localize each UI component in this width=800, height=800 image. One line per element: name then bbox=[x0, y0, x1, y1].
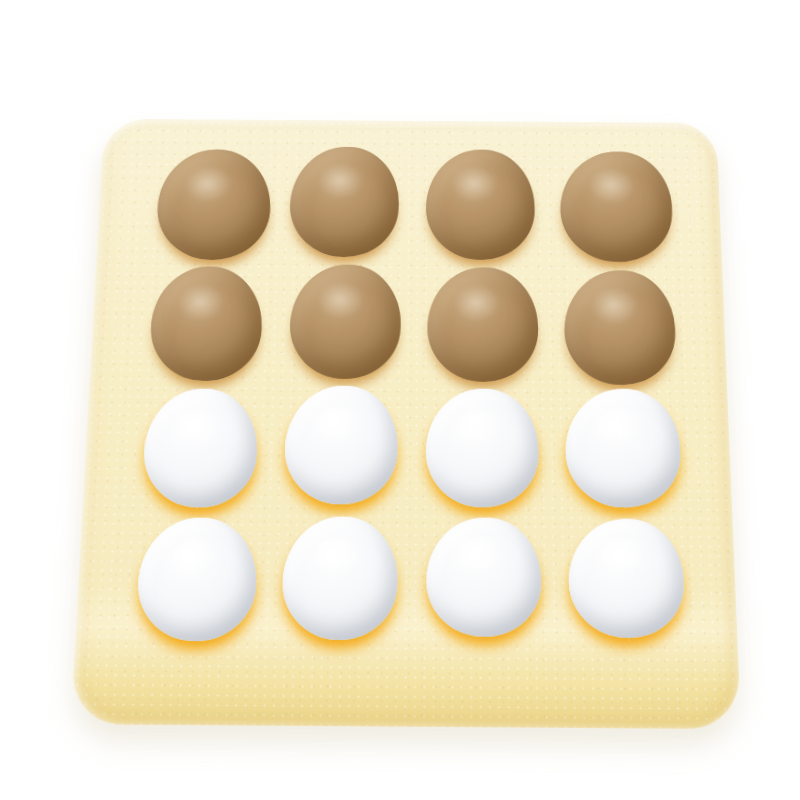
tray-cell-r2c3 bbox=[412, 262, 549, 385]
tray-cell-r4c2 bbox=[268, 510, 412, 643]
white-egg-r4c2 bbox=[280, 515, 399, 641]
brown-egg-r2c4 bbox=[563, 268, 675, 387]
white-egg-r3c2 bbox=[283, 384, 400, 505]
tray-cell-r3c2 bbox=[271, 383, 412, 511]
brown-egg-r2c1 bbox=[150, 265, 262, 382]
brown-egg-r1c2 bbox=[287, 145, 401, 259]
tray-cell-r1c3 bbox=[413, 145, 548, 264]
photo-canvas bbox=[0, 0, 800, 800]
tray-cell-r2c4 bbox=[548, 263, 687, 386]
tray-cell-r4c4 bbox=[551, 512, 696, 645]
tray-cell-r3c1 bbox=[131, 382, 274, 510]
tray-cell-r2c2 bbox=[275, 261, 413, 384]
white-egg-r3c3 bbox=[425, 388, 540, 508]
white-egg-r4c4 bbox=[568, 516, 684, 640]
egg-tray-board bbox=[71, 119, 741, 729]
brown-egg-r1c4 bbox=[558, 148, 673, 264]
tray-cell-r1c4 bbox=[546, 145, 683, 264]
white-egg-r4c1 bbox=[137, 516, 256, 643]
brown-egg-r1c1 bbox=[157, 147, 271, 262]
white-egg-r4c3 bbox=[426, 517, 543, 637]
tray-cell-r1c2 bbox=[278, 144, 414, 263]
tray-cell-r2c1 bbox=[137, 260, 278, 383]
white-egg-r3c4 bbox=[565, 386, 681, 509]
tray-cell-r4c1 bbox=[125, 509, 271, 642]
brown-egg-r1c3 bbox=[425, 149, 536, 260]
brown-egg-r2c2 bbox=[288, 263, 402, 380]
tray-cell-r1c1 bbox=[143, 143, 281, 261]
brown-egg-r2c3 bbox=[427, 267, 540, 382]
white-egg-r3c1 bbox=[144, 387, 258, 509]
tray-cell-r4c3 bbox=[411, 511, 554, 644]
egg-grid bbox=[125, 143, 696, 645]
tray-cell-r3c3 bbox=[411, 384, 551, 512]
tray-cell-r3c4 bbox=[550, 385, 692, 513]
